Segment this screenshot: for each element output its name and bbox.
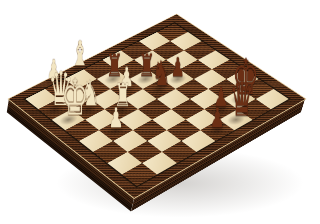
- piece-black-pawn[interactable]: ♟: [210, 106, 225, 130]
- piece-black-rook[interactable]: ♜: [106, 52, 120, 79]
- piece-black-queen[interactable]: ♛: [229, 78, 244, 120]
- piece-black-knight[interactable]: ♞: [152, 59, 166, 89]
- piece-black-rook[interactable]: ♜: [138, 52, 152, 79]
- piece-white-pawn[interactable]: ♟: [109, 106, 124, 130]
- product-photo-chess-set: ♛♜♚♞♟♜♜♞♟♟♟♚♟♛ ♟ ♝: [0, 0, 320, 224]
- piece-white-king[interactable]: ♚: [61, 75, 76, 119]
- piece-black-pawn[interactable]: ♟: [171, 56, 185, 79]
